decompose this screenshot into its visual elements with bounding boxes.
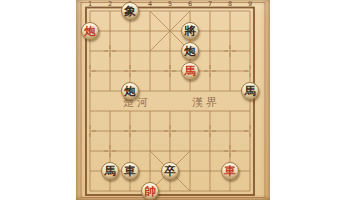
- piece-black-soldier[interactable]: 卒: [161, 162, 179, 180]
- piece-character: 將: [184, 23, 196, 39]
- piece-black-elephant[interactable]: 象: [121, 2, 139, 20]
- screenshot-stage: 123456789 楚河 漢界 象炮將炮馬炮馬馬車卒車帥: [0, 0, 342, 200]
- piece-character: 卒: [164, 163, 176, 179]
- piece-character: 炮: [184, 43, 196, 59]
- piece-red-horse[interactable]: 馬: [181, 62, 199, 80]
- piece-red-chariot[interactable]: 車: [221, 162, 239, 180]
- piece-character: 帥: [144, 183, 156, 199]
- piece-black-cannon[interactable]: 炮: [121, 82, 139, 100]
- piece-character: 炮: [124, 83, 136, 99]
- piece-black-horse[interactable]: 馬: [241, 82, 259, 100]
- piece-black-horse[interactable]: 馬: [101, 162, 119, 180]
- piece-character: 馬: [184, 63, 196, 79]
- piece-black-general[interactable]: 將: [181, 22, 199, 40]
- piece-character: 車: [224, 163, 236, 179]
- piece-black-cannon[interactable]: 炮: [181, 42, 199, 60]
- piece-character: 象: [124, 3, 136, 19]
- piece-black-chariot[interactable]: 車: [121, 162, 139, 180]
- piece-character: 炮: [84, 23, 96, 39]
- piece-red-general[interactable]: 帥: [141, 182, 159, 200]
- piece-character: 車: [124, 163, 136, 179]
- xiangqi-board[interactable]: 123456789 楚河 漢界 象炮將炮馬炮馬馬車卒車帥: [76, 0, 270, 200]
- piece-character: 馬: [244, 83, 256, 99]
- piece-character: 馬: [104, 163, 116, 179]
- piece-red-cannon[interactable]: 炮: [81, 22, 99, 40]
- pieces-layer: 象炮將炮馬炮馬馬車卒車帥: [80, 1, 260, 200]
